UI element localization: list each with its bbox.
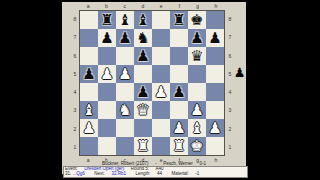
white-pawn-icon: ♟ <box>118 65 131 83</box>
rank-label-5: 5 <box>72 65 78 83</box>
rank-label-8: 8 <box>227 10 233 28</box>
square-g3[interactable]: ♟ <box>188 101 206 119</box>
square-d1[interactable]: ♜ <box>134 137 152 155</box>
white-pawn-icon: ♟ <box>172 119 185 137</box>
rank-labels-left: 87654321 <box>72 10 78 156</box>
black-pawn-icon: ♟ <box>172 83 185 101</box>
black-queen-icon: ♛ <box>190 47 203 65</box>
square-a2[interactable]: ♟ <box>80 119 98 137</box>
white-pawn-icon: ♟ <box>82 119 95 137</box>
rank-label-4: 4 <box>72 83 78 101</box>
square-d4[interactable]: ♟ <box>134 83 152 101</box>
square-g4[interactable] <box>188 83 206 101</box>
rank-label-6: 6 <box>72 47 78 65</box>
square-f8[interactable]: ♜ <box>170 11 188 29</box>
file-label-h: h <box>207 3 225 9</box>
square-e2[interactable] <box>152 119 170 137</box>
square-g7[interactable]: ♟ <box>188 29 206 47</box>
square-f5[interactable] <box>170 65 188 83</box>
square-e5[interactable] <box>152 65 170 83</box>
rank-label-7: 7 <box>227 28 233 46</box>
square-h1[interactable] <box>206 137 224 155</box>
black-knight-icon: ♞ <box>136 29 149 47</box>
square-e7[interactable] <box>152 29 170 47</box>
rank-label-3: 3 <box>227 101 233 119</box>
square-h3[interactable] <box>206 101 224 119</box>
square-b7[interactable]: ♟ <box>98 29 116 47</box>
square-g2[interactable]: ♝ <box>188 119 206 137</box>
white-rook-icon: ♜ <box>172 137 185 155</box>
white-queen-icon: ♛ <box>136 101 149 119</box>
rank-label-2: 2 <box>72 120 78 138</box>
material-value: -1 <box>195 171 199 176</box>
square-e1[interactable] <box>152 137 170 155</box>
square-g6[interactable]: ♛ <box>188 47 206 65</box>
square-d6[interactable]: ♟ <box>134 47 152 65</box>
players-separator: - <box>155 161 157 166</box>
square-d2[interactable] <box>134 119 152 137</box>
black-rook-icon: ♜ <box>172 11 185 29</box>
square-e4[interactable]: ♟ <box>152 83 170 101</box>
square-d3[interactable]: ♛ <box>134 101 152 119</box>
square-g1[interactable]: ♚ <box>188 137 206 155</box>
square-f4[interactable]: ♟ <box>170 83 188 101</box>
square-a4[interactable] <box>80 83 98 101</box>
letterbox-left <box>0 0 62 180</box>
material-label: Material: <box>172 171 189 176</box>
file-label-e: e <box>152 3 170 9</box>
black-bishop-icon: ♝ <box>118 11 131 29</box>
rank-label-8: 8 <box>72 10 78 28</box>
square-f2[interactable]: ♟ <box>170 119 188 137</box>
file-label-f: f <box>170 3 188 9</box>
black-pawn-icon: ♟ <box>118 29 131 47</box>
file-label-a: a <box>79 3 97 9</box>
white-rook-icon: ♜ <box>136 137 149 155</box>
white-knight-icon: ♞ <box>118 101 131 119</box>
game-result: 0-1 <box>199 161 206 166</box>
black-rook-icon: ♜ <box>100 11 113 29</box>
white-pawn-icon: ♟ <box>190 101 203 119</box>
square-e3[interactable] <box>152 101 170 119</box>
square-c2[interactable] <box>116 119 134 137</box>
rank-label-7: 7 <box>72 28 78 46</box>
square-b5[interactable]: ♟ <box>98 65 116 83</box>
last-move-link[interactable]: ...Qg6 <box>73 171 85 176</box>
letterbox-right <box>246 0 320 180</box>
square-f3[interactable] <box>170 101 188 119</box>
black-pawn-icon: ♟ <box>136 83 149 101</box>
rank-label-2: 2 <box>227 120 233 138</box>
square-b2[interactable] <box>98 119 116 137</box>
square-c8[interactable]: ♝ <box>116 11 134 29</box>
square-h8[interactable] <box>206 11 224 29</box>
black-bishop-icon: ♝ <box>136 11 149 29</box>
square-b4[interactable] <box>98 83 116 101</box>
black-pawn-icon: ♟ <box>233 64 246 82</box>
move-number: 31. <box>65 171 71 176</box>
square-b8[interactable]: ♜ <box>98 11 116 29</box>
rank-label-1: 1 <box>72 138 78 156</box>
square-c1[interactable] <box>116 137 134 155</box>
white-bishop-icon: ♝ <box>82 101 95 119</box>
file-label-g: g <box>189 3 207 9</box>
chess-app-window: abcdefgh 87654321 ♜♝♝♜♚♟♟♞♟♟♟♛♟♟♟♟♟♟♝♞♛♟… <box>62 2 246 174</box>
square-c3[interactable]: ♞ <box>116 101 134 119</box>
white-pawn-icon: ♟ <box>208 119 221 137</box>
square-d5[interactable] <box>134 65 152 83</box>
square-h5[interactable] <box>206 65 224 83</box>
square-h6[interactable] <box>206 47 224 65</box>
black-pawn-icon: ♟ <box>208 29 221 47</box>
square-h2[interactable]: ♟ <box>206 119 224 137</box>
white-bishop-icon: ♝ <box>190 119 203 137</box>
square-a7[interactable] <box>80 29 98 47</box>
players-line: Buckner, Robert (2107) - Pesch, Werner 0… <box>62 161 246 166</box>
white-player-rating: (2107) <box>136 161 149 166</box>
square-a1[interactable] <box>80 137 98 155</box>
file-label-b: b <box>97 3 115 9</box>
white-pawn-icon: ♟ <box>154 83 167 101</box>
square-h7[interactable]: ♟ <box>206 29 224 47</box>
square-c6[interactable] <box>116 47 134 65</box>
square-f1[interactable]: ♜ <box>170 137 188 155</box>
white-king-icon: ♚ <box>190 137 203 155</box>
square-g8[interactable]: ♚ <box>188 11 206 29</box>
square-e6[interactable] <box>152 47 170 65</box>
length-value: 44 <box>157 171 162 176</box>
move-line: 31. ...Qg6 Next: 32.Rb1 Length: 44 Mater… <box>65 172 246 177</box>
square-e8[interactable] <box>152 11 170 29</box>
square-a8[interactable] <box>80 11 98 29</box>
square-h4[interactable] <box>206 83 224 101</box>
square-c7[interactable]: ♟ <box>116 29 134 47</box>
square-c4[interactable] <box>116 83 134 101</box>
square-c5[interactable]: ♟ <box>116 65 134 83</box>
rank-label-4: 4 <box>227 83 233 101</box>
square-a3[interactable]: ♝ <box>80 101 98 119</box>
rank-label-1: 1 <box>227 138 233 156</box>
square-b6[interactable] <box>98 47 116 65</box>
black-pawn-icon: ♟ <box>82 65 95 83</box>
square-f6[interactable] <box>170 47 188 65</box>
game-info-panel: Event: Dresden Open (ger) Round 5: A40 3… <box>63 166 248 178</box>
next-move-link[interactable]: 32.Rb1 <box>111 171 126 176</box>
black-king-icon: ♚ <box>190 11 203 29</box>
rank-labels-right: 87654321 <box>227 10 233 156</box>
square-f7[interactable] <box>170 29 188 47</box>
black-pawn-icon: ♟ <box>190 29 203 47</box>
square-d7[interactable]: ♞ <box>134 29 152 47</box>
rank-label-3: 3 <box>72 101 78 119</box>
square-b1[interactable] <box>98 137 116 155</box>
length-label: Length: <box>135 171 150 176</box>
file-label-c: c <box>116 3 134 9</box>
file-labels-top: abcdefgh <box>79 3 225 9</box>
square-a5[interactable]: ♟ <box>80 65 98 83</box>
black-pawn-icon: ♟ <box>100 29 113 47</box>
rank-label-6: 6 <box>227 47 233 65</box>
square-g5[interactable] <box>188 65 206 83</box>
square-d8[interactable]: ♝ <box>134 11 152 29</box>
next-label: Next: <box>94 171 105 176</box>
square-b3[interactable] <box>98 101 116 119</box>
black-player-name: Pesch, Werner <box>163 161 193 166</box>
file-label-d: d <box>134 3 152 9</box>
white-pawn-icon: ♟ <box>100 65 113 83</box>
black-pawn-icon: ♟ <box>136 47 149 65</box>
white-player-name: Buckner, Robert <box>102 161 134 166</box>
square-a6[interactable] <box>80 47 98 65</box>
board: ♜♝♝♜♚♟♟♞♟♟♟♛♟♟♟♟♟♟♝♞♛♟♟♟♝♟♜♜♚ <box>79 10 225 156</box>
